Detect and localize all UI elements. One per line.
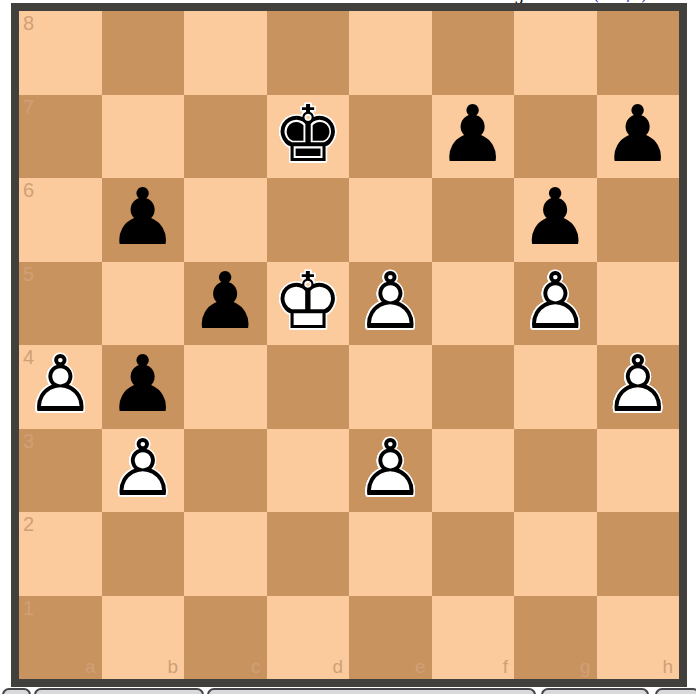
- square-d2[interactable]: [267, 512, 350, 596]
- square-d4[interactable]: [267, 345, 350, 429]
- square-h8[interactable]: [597, 11, 680, 95]
- rank-label-6: 6: [23, 179, 34, 201]
- black-king-glyph: ♚: [273, 93, 343, 176]
- square-f4[interactable]: [432, 345, 515, 429]
- rank-label-7: 7: [23, 96, 34, 118]
- black-pawn-glyph: ♟: [603, 93, 673, 176]
- square-c5[interactable]: ♟: [184, 262, 267, 346]
- black-pawn[interactable]: ♟: [102, 178, 185, 262]
- nav-button-3[interactable]: [207, 688, 536, 694]
- square-d8[interactable]: [267, 11, 350, 95]
- square-a1[interactable]: 1a: [19, 596, 102, 680]
- square-a8[interactable]: 8: [19, 11, 102, 95]
- square-d5[interactable]: ♚♔: [267, 262, 350, 346]
- file-label-b: b: [167, 657, 178, 677]
- square-e4[interactable]: [349, 345, 432, 429]
- white-pawn-glyph: ♙: [25, 343, 95, 426]
- black-pawn[interactable]: ♟: [184, 262, 267, 346]
- square-a3[interactable]: 3: [19, 429, 102, 513]
- chess-board: 87♚♚♟♟6♟♟5♟♚♔♟♙♟♙4♟♙♟♟♙3♟♙♟♙21abcdefgh: [19, 11, 679, 679]
- chess-board-frame: 87♚♚♟♟6♟♟5♟♚♔♟♙♟♙4♟♙♟♟♙3♟♙♟♙21abcdefgh: [11, 3, 687, 687]
- nav-button-2[interactable]: [34, 688, 204, 694]
- black-pawn-glyph: ♟: [108, 343, 178, 426]
- file-label-a: a: [85, 657, 96, 677]
- square-f3[interactable]: [432, 429, 515, 513]
- square-g1[interactable]: g: [514, 596, 597, 680]
- black-pawn-glyph: ♟: [108, 176, 178, 259]
- square-d7[interactable]: ♚♚: [267, 95, 350, 179]
- white-pawn[interactable]: ♟♙: [349, 262, 432, 346]
- black-pawn[interactable]: ♟: [102, 345, 185, 429]
- square-f5[interactable]: [432, 262, 515, 346]
- square-g2[interactable]: [514, 512, 597, 596]
- square-g3[interactable]: [514, 429, 597, 513]
- file-label-d: d: [332, 657, 343, 677]
- square-a4[interactable]: 4♟♙: [19, 345, 102, 429]
- white-pawn-glyph: ♙: [355, 260, 425, 343]
- white-pawn-glyph: ♙: [355, 427, 425, 510]
- white-pawn[interactable]: ♟♙: [514, 262, 597, 346]
- white-king-glyph: ♔: [273, 260, 343, 343]
- square-g6[interactable]: ♟: [514, 178, 597, 262]
- square-g4[interactable]: [514, 345, 597, 429]
- file-label-f: f: [503, 657, 508, 677]
- black-king[interactable]: ♚♚: [267, 95, 350, 179]
- square-e1[interactable]: e: [349, 596, 432, 680]
- square-d1[interactable]: d: [267, 596, 350, 680]
- square-e8[interactable]: [349, 11, 432, 95]
- square-e7[interactable]: [349, 95, 432, 179]
- white-pawn[interactable]: ♟♙: [597, 345, 680, 429]
- rank-label-1: 1: [23, 597, 34, 619]
- square-h2[interactable]: [597, 512, 680, 596]
- square-e6[interactable]: [349, 178, 432, 262]
- white-king[interactable]: ♚♔: [267, 262, 350, 346]
- file-label-e: e: [415, 657, 426, 677]
- square-f8[interactable]: [432, 11, 515, 95]
- white-pawn[interactable]: ♟♙: [349, 429, 432, 513]
- square-c7[interactable]: [184, 95, 267, 179]
- square-h7[interactable]: ♟: [597, 95, 680, 179]
- square-a6[interactable]: 6: [19, 178, 102, 262]
- rank-label-3: 3: [23, 430, 34, 452]
- square-a5[interactable]: 5: [19, 262, 102, 346]
- nav-button-4[interactable]: [541, 688, 649, 694]
- square-g7[interactable]: [514, 95, 597, 179]
- black-pawn-glyph: ♟: [520, 176, 590, 259]
- clipped-nav-button-strip: [0, 687, 696, 694]
- square-f2[interactable]: [432, 512, 515, 596]
- square-c8[interactable]: [184, 11, 267, 95]
- square-e3[interactable]: ♟♙: [349, 429, 432, 513]
- square-b2[interactable]: [102, 512, 185, 596]
- white-pawn[interactable]: ♟♙: [102, 429, 185, 513]
- square-d3[interactable]: [267, 429, 350, 513]
- square-e2[interactable]: [349, 512, 432, 596]
- square-a2[interactable]: 2: [19, 512, 102, 596]
- square-e5[interactable]: ♟♙: [349, 262, 432, 346]
- square-b3[interactable]: ♟♙: [102, 429, 185, 513]
- square-b1[interactable]: b: [102, 596, 185, 680]
- black-pawn-glyph: ♟: [438, 93, 508, 176]
- square-c2[interactable]: [184, 512, 267, 596]
- black-pawn[interactable]: ♟: [514, 178, 597, 262]
- square-h6[interactable]: [597, 178, 680, 262]
- white-pawn-glyph: ♙: [603, 343, 673, 426]
- nav-button-5[interactable]: [655, 688, 696, 694]
- square-h1[interactable]: h: [597, 596, 680, 680]
- white-pawn-glyph: ♙: [108, 427, 178, 510]
- square-c1[interactable]: c: [184, 596, 267, 680]
- rank-label-2: 2: [23, 513, 34, 535]
- nav-button-1[interactable]: [2, 688, 31, 694]
- rank-label-8: 8: [23, 12, 34, 34]
- black-pawn[interactable]: ♟: [432, 95, 515, 179]
- square-b4[interactable]: ♟: [102, 345, 185, 429]
- square-h3[interactable]: [597, 429, 680, 513]
- file-label-h: h: [662, 657, 673, 677]
- square-c3[interactable]: [184, 429, 267, 513]
- square-b6[interactable]: ♟: [102, 178, 185, 262]
- black-pawn-glyph: ♟: [190, 260, 260, 343]
- square-a7[interactable]: 7: [19, 95, 102, 179]
- square-f7[interactable]: ♟: [432, 95, 515, 179]
- square-f6[interactable]: [432, 178, 515, 262]
- square-h5[interactable]: [597, 262, 680, 346]
- white-pawn[interactable]: ♟♙: [19, 345, 102, 429]
- square-g8[interactable]: [514, 11, 597, 95]
- file-label-c: c: [251, 657, 261, 677]
- square-c6[interactable]: [184, 178, 267, 262]
- square-c4[interactable]: [184, 345, 267, 429]
- square-b8[interactable]: [102, 11, 185, 95]
- square-g5[interactable]: ♟♙: [514, 262, 597, 346]
- white-pawn-glyph: ♙: [520, 260, 590, 343]
- chess-diagram-page: 1g(/) 87♚♚♟♟6♟♟5♟♚♔♟♙♟♙4♟♙♟♟♙3♟♙♟♙21abcd…: [0, 0, 696, 694]
- square-b7[interactable]: [102, 95, 185, 179]
- rank-label-5: 5: [23, 263, 34, 285]
- square-d6[interactable]: [267, 178, 350, 262]
- square-b5[interactable]: [102, 262, 185, 346]
- square-f1[interactable]: f: [432, 596, 515, 680]
- black-pawn[interactable]: ♟: [597, 95, 680, 179]
- file-label-g: g: [580, 657, 591, 677]
- square-h4[interactable]: ♟♙: [597, 345, 680, 429]
